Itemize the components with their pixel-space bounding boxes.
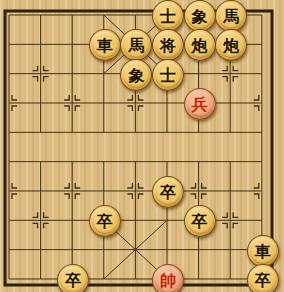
piece-face: 士 <box>155 3 181 29</box>
piece-character: 帥 <box>160 272 176 288</box>
black-soldier-piece[interactable]: 卒 <box>247 264 279 292</box>
black-cannon-piece[interactable]: 炮 <box>184 29 216 61</box>
piece-face: 炮 <box>218 32 244 58</box>
red-soldier-piece[interactable]: 兵 <box>184 88 216 120</box>
black-horse-piece[interactable]: 馬 <box>215 0 247 32</box>
piece-character: 卒 <box>65 272 81 288</box>
piece-character: 象 <box>128 67 144 83</box>
black-soldier-piece[interactable]: 卒 <box>184 205 216 237</box>
piece-face: 馬 <box>123 32 149 58</box>
piece-face: 卒 <box>187 208 213 234</box>
piece-character: 車 <box>97 38 113 54</box>
piece-face: 将 <box>155 32 181 58</box>
black-elephant-piece[interactable]: 象 <box>120 59 152 91</box>
piece-face: 卒 <box>155 179 181 205</box>
black-elephant-piece[interactable]: 象 <box>184 0 216 32</box>
piece-character: 馬 <box>223 9 239 25</box>
black-advisor-piece[interactable]: 士 <box>152 59 184 91</box>
black-soldier-piece[interactable]: 卒 <box>89 205 121 237</box>
piece-face: 兵 <box>187 91 213 117</box>
xiangqi-board: 士象馬車馬将炮炮象士兵卒卒卒車卒帥卒 <box>0 0 284 292</box>
piece-character: 車 <box>255 243 271 259</box>
black-chariot-piece[interactable]: 車 <box>89 29 121 61</box>
red-general-piece[interactable]: 帥 <box>152 264 184 292</box>
black-soldier-piece[interactable]: 卒 <box>57 264 89 292</box>
piece-face: 炮 <box>187 32 213 58</box>
piece-character: 兵 <box>192 96 208 112</box>
piece-character: 象 <box>192 9 208 25</box>
piece-face: 士 <box>155 62 181 88</box>
piece-face: 象 <box>187 3 213 29</box>
piece-character: 士 <box>160 9 176 25</box>
piece-character: 士 <box>160 67 176 83</box>
black-chariot-piece[interactable]: 車 <box>247 235 279 267</box>
piece-face: 車 <box>92 32 118 58</box>
piece-face: 卒 <box>92 208 118 234</box>
piece-face: 卒 <box>60 267 86 292</box>
piece-character: 卒 <box>255 272 271 288</box>
black-advisor-piece[interactable]: 士 <box>152 0 184 32</box>
piece-character: 炮 <box>223 38 239 54</box>
piece-face: 馬 <box>218 3 244 29</box>
piece-character: 卒 <box>192 214 208 230</box>
piece-character: 卒 <box>160 184 176 200</box>
black-soldier-piece[interactable]: 卒 <box>152 176 184 208</box>
piece-face: 車 <box>250 238 276 264</box>
piece-character: 卒 <box>97 214 113 230</box>
piece-face: 帥 <box>155 267 181 292</box>
piece-face: 象 <box>123 62 149 88</box>
piece-face: 卒 <box>250 267 276 292</box>
piece-character: 将 <box>160 38 176 54</box>
piece-character: 馬 <box>128 38 144 54</box>
piece-character: 炮 <box>192 38 208 54</box>
